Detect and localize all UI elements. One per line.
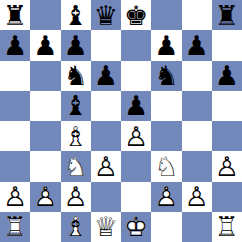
- square-a2[interactable]: ♟♙: [0, 182, 30, 212]
- square-h1[interactable]: ♜♖: [212, 212, 242, 242]
- square-e4[interactable]: ♟♙: [121, 121, 151, 151]
- white-pawn: ♙: [61, 182, 91, 212]
- square-d3[interactable]: ♟♙: [91, 151, 121, 181]
- square-d7[interactable]: [91, 30, 121, 60]
- white-pawn: ♙: [151, 182, 181, 212]
- black-pawn: ♟: [91, 61, 121, 91]
- black-pawn: ♟: [151, 30, 181, 60]
- square-g4[interactable]: [182, 121, 212, 151]
- black-rook: ♜: [212, 0, 242, 30]
- square-c5[interactable]: ♝: [61, 91, 91, 121]
- square-b3[interactable]: [30, 151, 60, 181]
- square-g7[interactable]: ♟: [182, 30, 212, 60]
- black-knight: ♞: [61, 61, 91, 91]
- black-pawn: ♟: [212, 61, 242, 91]
- square-f4[interactable]: [151, 121, 181, 151]
- square-a8[interactable]: ♜: [0, 0, 30, 30]
- square-g1[interactable]: [182, 212, 212, 242]
- square-g5[interactable]: [182, 91, 212, 121]
- black-pawn: ♟: [30, 30, 60, 60]
- square-b6[interactable]: [30, 61, 60, 91]
- square-b8[interactable]: [30, 0, 60, 30]
- square-b5[interactable]: [30, 91, 60, 121]
- square-d5[interactable]: [91, 91, 121, 121]
- white-knight-fill: ♞: [61, 151, 91, 181]
- square-a6[interactable]: [0, 61, 30, 91]
- square-h6[interactable]: ♟: [212, 61, 242, 91]
- white-knight: ♘: [151, 151, 181, 181]
- white-pawn: ♙: [182, 182, 212, 212]
- square-a3[interactable]: [0, 151, 30, 181]
- black-bishop: ♝: [61, 91, 91, 121]
- square-g6[interactable]: [182, 61, 212, 91]
- square-h3[interactable]: ♟♙: [212, 151, 242, 181]
- white-bishop: ♗: [61, 212, 91, 242]
- square-e2[interactable]: [121, 182, 151, 212]
- square-f6[interactable]: ♞: [151, 61, 181, 91]
- square-d1[interactable]: ♛♕: [91, 212, 121, 242]
- square-h7[interactable]: [212, 30, 242, 60]
- white-pawn-fill: ♟: [121, 121, 151, 151]
- square-g2[interactable]: ♟♙: [182, 182, 212, 212]
- square-f7[interactable]: ♟: [151, 30, 181, 60]
- black-pawn: ♟: [61, 30, 91, 60]
- square-h5[interactable]: [212, 91, 242, 121]
- square-e5[interactable]: ♟: [121, 91, 151, 121]
- black-king: ♚: [121, 0, 151, 30]
- square-g8[interactable]: [182, 0, 212, 30]
- white-rook: ♖: [0, 212, 30, 242]
- black-queen: ♛: [91, 0, 121, 30]
- square-c8[interactable]: ♝: [61, 0, 91, 30]
- square-h2[interactable]: [212, 182, 242, 212]
- square-f5[interactable]: [151, 91, 181, 121]
- white-bishop-fill: ♝: [61, 212, 91, 242]
- square-f3[interactable]: ♞♘: [151, 151, 181, 181]
- white-pawn: ♙: [30, 182, 60, 212]
- square-g3[interactable]: [182, 151, 212, 181]
- square-f8[interactable]: [151, 0, 181, 30]
- black-knight: ♞: [151, 61, 181, 91]
- white-pawn-fill: ♟: [61, 182, 91, 212]
- square-a1[interactable]: ♜♖: [0, 212, 30, 242]
- white-pawn-fill: ♟: [151, 182, 181, 212]
- white-knight: ♘: [61, 151, 91, 181]
- black-rook: ♜: [0, 0, 30, 30]
- white-queen: ♕: [91, 212, 121, 242]
- white-king-fill: ♚: [121, 212, 151, 242]
- square-e8[interactable]: ♚: [121, 0, 151, 30]
- square-e6[interactable]: [121, 61, 151, 91]
- square-b1[interactable]: [30, 212, 60, 242]
- square-c4[interactable]: ♝♗: [61, 121, 91, 151]
- white-pawn-fill: ♟: [91, 151, 121, 181]
- square-d8[interactable]: ♛: [91, 0, 121, 30]
- white-rook: ♖: [212, 212, 242, 242]
- white-pawn: ♙: [212, 151, 242, 181]
- square-h4[interactable]: [212, 121, 242, 151]
- chess-board: ♜♝♛♚♜♟♟♟♟♟♞♟♞♟♝♟♝♗♟♙♞♘♟♙♞♘♟♙♟♙♟♙♟♙♟♙♟♙♜♖…: [0, 0, 242, 242]
- square-d2[interactable]: [91, 182, 121, 212]
- white-pawn: ♙: [121, 121, 151, 151]
- square-c1[interactable]: ♝♗: [61, 212, 91, 242]
- black-pawn: ♟: [121, 91, 151, 121]
- square-b2[interactable]: ♟♙: [30, 182, 60, 212]
- square-c6[interactable]: ♞: [61, 61, 91, 91]
- square-e3[interactable]: [121, 151, 151, 181]
- black-pawn: ♟: [182, 30, 212, 60]
- square-a5[interactable]: [0, 91, 30, 121]
- square-a7[interactable]: ♟: [0, 30, 30, 60]
- square-b4[interactable]: [30, 121, 60, 151]
- white-pawn-fill: ♟: [182, 182, 212, 212]
- white-bishop: ♗: [61, 121, 91, 151]
- square-e1[interactable]: ♚♔: [121, 212, 151, 242]
- white-bishop-fill: ♝: [61, 121, 91, 151]
- white-queen-fill: ♛: [91, 212, 121, 242]
- square-a4[interactable]: [0, 121, 30, 151]
- white-pawn-fill: ♟: [212, 151, 242, 181]
- white-pawn-fill: ♟: [30, 182, 60, 212]
- square-h8[interactable]: ♜: [212, 0, 242, 30]
- square-f1[interactable]: [151, 212, 181, 242]
- white-pawn: ♙: [91, 151, 121, 181]
- white-rook-fill: ♜: [0, 212, 30, 242]
- square-b7[interactable]: ♟: [30, 30, 60, 60]
- square-f2[interactable]: ♟♙: [151, 182, 181, 212]
- black-bishop: ♝: [61, 0, 91, 30]
- white-rook-fill: ♜: [212, 212, 242, 242]
- square-c7[interactable]: ♟: [61, 30, 91, 60]
- square-d4[interactable]: [91, 121, 121, 151]
- square-c2[interactable]: ♟♙: [61, 182, 91, 212]
- white-pawn-fill: ♟: [0, 182, 30, 212]
- white-knight-fill: ♞: [151, 151, 181, 181]
- white-pawn: ♙: [0, 182, 30, 212]
- square-d6[interactable]: ♟: [91, 61, 121, 91]
- white-king: ♔: [121, 212, 151, 242]
- square-c3[interactable]: ♞♘: [61, 151, 91, 181]
- square-e7[interactable]: [121, 30, 151, 60]
- black-pawn: ♟: [0, 30, 30, 60]
